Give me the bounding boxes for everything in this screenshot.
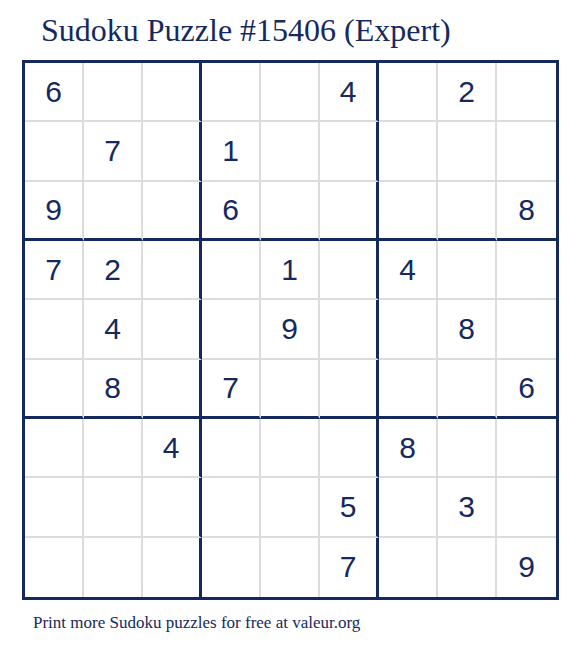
sudoku-cell xyxy=(497,241,556,300)
sudoku-cell xyxy=(261,419,320,478)
sudoku-cell: 4 xyxy=(84,300,143,359)
sudoku-cell xyxy=(25,419,84,478)
page-title: Sudoku Puzzle #15406 (Expert) xyxy=(41,12,451,49)
sudoku-cell xyxy=(379,63,438,122)
printable-sudoku-page: Sudoku Puzzle #15406 (Expert) 6427196872… xyxy=(0,0,580,651)
sudoku-cell xyxy=(497,122,556,181)
sudoku-cell xyxy=(84,478,143,537)
sudoku-cell: 4 xyxy=(143,419,202,478)
sudoku-cell: 9 xyxy=(25,182,84,241)
sudoku-cell: 5 xyxy=(320,478,379,537)
sudoku-cell xyxy=(379,360,438,419)
sudoku-cell xyxy=(261,478,320,537)
sudoku-cell xyxy=(438,122,497,181)
sudoku-cell xyxy=(143,122,202,181)
sudoku-cell: 4 xyxy=(320,63,379,122)
sudoku-cell: 1 xyxy=(202,122,261,181)
sudoku-cell xyxy=(261,122,320,181)
sudoku-cell xyxy=(202,241,261,300)
sudoku-cell xyxy=(143,182,202,241)
sudoku-cell: 6 xyxy=(202,182,261,241)
sudoku-cell: 7 xyxy=(202,360,261,419)
sudoku-cell xyxy=(497,478,556,537)
sudoku-cell: 8 xyxy=(84,360,143,419)
sudoku-cell xyxy=(25,360,84,419)
sudoku-cell: 8 xyxy=(379,419,438,478)
sudoku-cell xyxy=(497,63,556,122)
sudoku-cell xyxy=(320,360,379,419)
sudoku-cell xyxy=(25,122,84,181)
sudoku-cell: 1 xyxy=(261,241,320,300)
sudoku-cell: 6 xyxy=(25,63,84,122)
sudoku-cell xyxy=(84,538,143,597)
sudoku-cell xyxy=(25,478,84,537)
sudoku-cell xyxy=(202,478,261,537)
sudoku-cell xyxy=(438,538,497,597)
sudoku-cell xyxy=(320,300,379,359)
sudoku-cell: 4 xyxy=(379,241,438,300)
sudoku-cell xyxy=(202,538,261,597)
sudoku-cell xyxy=(84,182,143,241)
sudoku-cell xyxy=(261,182,320,241)
sudoku-cell xyxy=(143,538,202,597)
sudoku-cell xyxy=(379,122,438,181)
sudoku-cell xyxy=(261,63,320,122)
sudoku-cell xyxy=(143,300,202,359)
sudoku-cell xyxy=(84,63,143,122)
sudoku-cell xyxy=(143,63,202,122)
sudoku-cell xyxy=(25,300,84,359)
sudoku-cell xyxy=(84,419,143,478)
sudoku-cell: 8 xyxy=(438,300,497,359)
footer-text: Print more Sudoku puzzles for free at va… xyxy=(33,613,360,633)
sudoku-cell xyxy=(438,419,497,478)
sudoku-cell xyxy=(202,419,261,478)
sudoku-cell: 2 xyxy=(438,63,497,122)
sudoku-cell: 7 xyxy=(84,122,143,181)
sudoku-cell: 7 xyxy=(25,241,84,300)
sudoku-cell xyxy=(261,360,320,419)
sudoku-cell xyxy=(320,241,379,300)
sudoku-cell xyxy=(320,122,379,181)
sudoku-cell xyxy=(438,182,497,241)
sudoku-cell xyxy=(320,419,379,478)
sudoku-cell: 9 xyxy=(497,538,556,597)
sudoku-cell xyxy=(143,360,202,419)
sudoku-cell: 9 xyxy=(261,300,320,359)
sudoku-cell xyxy=(261,538,320,597)
sudoku-cell: 2 xyxy=(84,241,143,300)
sudoku-cell xyxy=(379,538,438,597)
sudoku-cell: 6 xyxy=(497,360,556,419)
sudoku-cell xyxy=(497,300,556,359)
sudoku-cell xyxy=(320,182,379,241)
sudoku-cell xyxy=(497,419,556,478)
sudoku-cell xyxy=(379,478,438,537)
sudoku-cell: 8 xyxy=(497,182,556,241)
sudoku-cell xyxy=(143,241,202,300)
sudoku-cell xyxy=(202,300,261,359)
sudoku-cell xyxy=(379,300,438,359)
sudoku-cell xyxy=(438,241,497,300)
sudoku-grid: 642719687214498876485379 xyxy=(22,60,559,600)
sudoku-cell xyxy=(25,538,84,597)
sudoku-cell: 3 xyxy=(438,478,497,537)
sudoku-cell xyxy=(379,182,438,241)
sudoku-cell xyxy=(202,63,261,122)
sudoku-cell xyxy=(438,360,497,419)
sudoku-cell xyxy=(143,478,202,537)
sudoku-cell: 7 xyxy=(320,538,379,597)
